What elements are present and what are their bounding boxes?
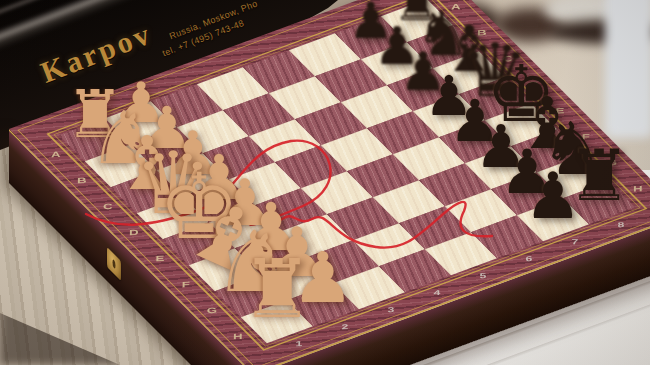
piece-white-rook-a1: ♜: [62, 82, 128, 148]
piece-white-pawn-c2: ♟: [163, 123, 223, 183]
piece-white-pawn-e2: ♟: [213, 171, 277, 235]
piece-black-queen-d8: ♛: [458, 33, 532, 107]
piece-white-knight-g1: ♞: [209, 219, 294, 304]
piece-white-pawn-a2: ♟: [113, 75, 169, 131]
piece-white-knight-b1: ♞: [85, 101, 158, 174]
piece-white-queen-d1: ♛: [130, 140, 216, 226]
piece-white-pawn-d2: ♟: [188, 147, 250, 209]
piece-black-knight-b8: ♞: [412, 3, 474, 65]
piece-black-pawn-a7: ♟: [346, 0, 396, 46]
piece-black-pawn-h7: ♟: [521, 164, 585, 228]
pieces-layer: ♜♟♞♟♝♟♛♟♟♚♜♟♟♝♞♟♟♞♝♟♟♜♛♟♟♚♟♝♟♞♟♜: [0, 0, 650, 365]
piece-white-bishop-c1: ♝: [110, 126, 184, 200]
piece-white-bishop-f1: ♝: [170, 182, 280, 292]
piece-black-pawn-f7: ♟: [472, 117, 531, 176]
piece-black-rook-a8: ♜: [390, 0, 445, 29]
piece-black-pawn-g7: ♟: [497, 141, 558, 202]
piece-black-knight-g8: ♞: [537, 112, 610, 185]
piece-white-pawn-b2: ♟: [138, 99, 196, 157]
piece-black-pawn-e7: ♟: [446, 92, 504, 150]
piece-white-pawn-g2: ♟: [263, 219, 331, 287]
piece-black-pawn-b7: ♟: [371, 20, 423, 72]
piece-white-pawn-h2: ♟: [288, 243, 358, 313]
piece-black-pawn-c7: ♟: [397, 45, 450, 98]
piece-black-bishop-c8: ♝: [437, 17, 501, 81]
piece-white-pawn-f2: ♟: [238, 195, 304, 261]
piece-black-pawn-d7: ♟: [422, 69, 477, 124]
piece-black-king-e8: ♚: [482, 55, 560, 133]
piece-white-rook-h1: ♜: [237, 249, 318, 330]
photo-chess-set-scene: Karpov Russia, Moskow, Pho tel. +7 (495)…: [0, 0, 650, 365]
piece-black-rook-h8: ♜: [564, 140, 635, 211]
piece-white-king-e1: ♚: [154, 161, 245, 252]
piece-black-bishop-f8: ♝: [512, 88, 583, 159]
